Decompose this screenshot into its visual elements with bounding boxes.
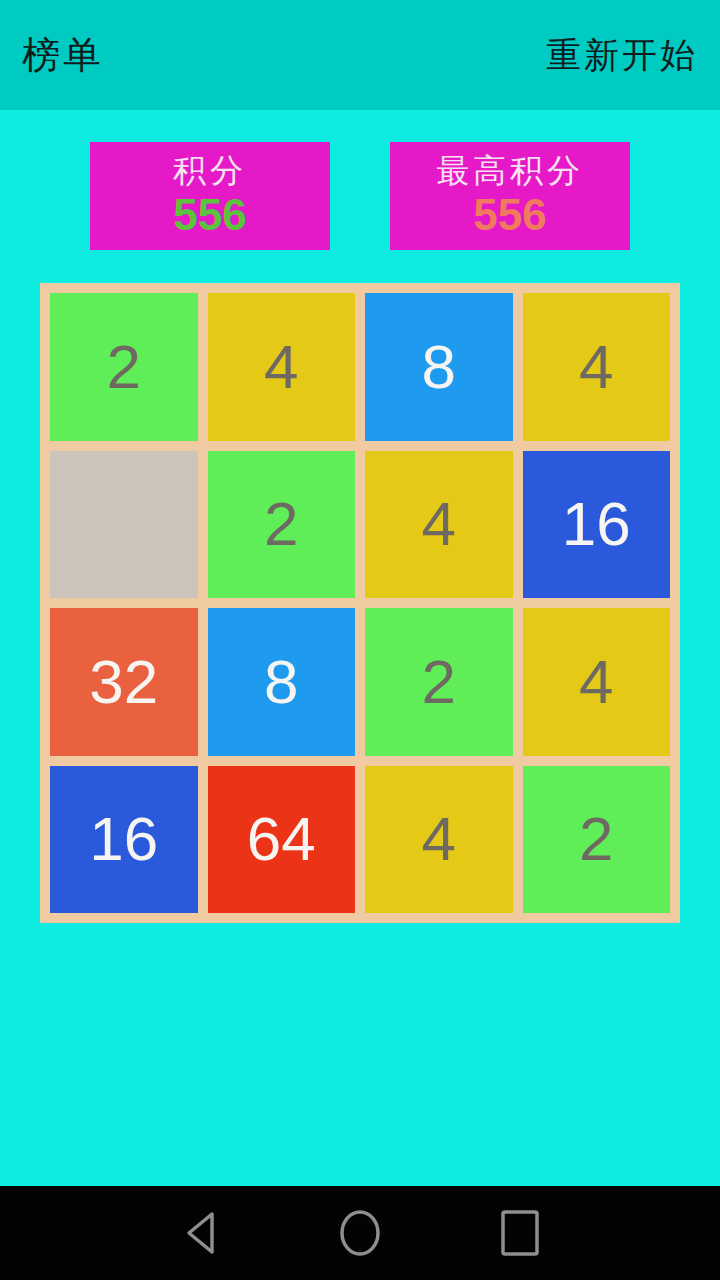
tile-16-r2c4: 16 — [523, 451, 671, 599]
android-nav-bar — [0, 1186, 720, 1280]
tile-8-r3c2: 8 — [208, 608, 356, 756]
score-panel: 积分 556 最高积分 556 — [0, 142, 720, 250]
tile-2-r2c2: 2 — [208, 451, 356, 599]
best-score-box: 最高积分 556 — [390, 142, 630, 250]
tile-32-r3c1: 32 — [50, 608, 198, 756]
score-label: 积分 — [173, 153, 247, 191]
back-icon — [181, 1210, 219, 1256]
tile-4-r3c4: 4 — [523, 608, 671, 756]
tile-8-r1c3: 8 — [365, 293, 513, 441]
tile-4-r1c4: 4 — [523, 293, 671, 441]
empty-cell-r2c1 — [50, 451, 198, 599]
home-button[interactable] — [336, 1207, 384, 1259]
tile-4-r2c3: 4 — [365, 451, 513, 599]
recents-icon — [500, 1209, 540, 1257]
app-screen: 榜单 重新开始 积分 556 最高积分 556 2484241632824166… — [0, 0, 720, 1280]
restart-button[interactable]: 重新开始 — [546, 32, 698, 79]
tile-16-r4c1: 16 — [50, 766, 198, 914]
score-box: 积分 556 — [90, 142, 330, 250]
leaderboard-button[interactable]: 榜单 — [22, 30, 104, 81]
recents-button[interactable] — [496, 1207, 544, 1259]
tile-2-r1c1: 2 — [50, 293, 198, 441]
score-value: 556 — [173, 191, 246, 239]
back-button[interactable] — [176, 1207, 224, 1259]
tile-2-r3c3: 2 — [365, 608, 513, 756]
board-grid[interactable]: 2484241632824166442 — [40, 283, 680, 923]
tile-64-r4c2: 64 — [208, 766, 356, 914]
tile-2-r4c4: 2 — [523, 766, 671, 914]
top-bar: 榜单 重新开始 — [0, 0, 720, 110]
tile-4-r4c3: 4 — [365, 766, 513, 914]
best-score-label: 最高积分 — [436, 153, 584, 191]
tile-4-r1c2: 4 — [208, 293, 356, 441]
home-icon — [338, 1208, 382, 1258]
best-score-value: 556 — [473, 191, 546, 239]
